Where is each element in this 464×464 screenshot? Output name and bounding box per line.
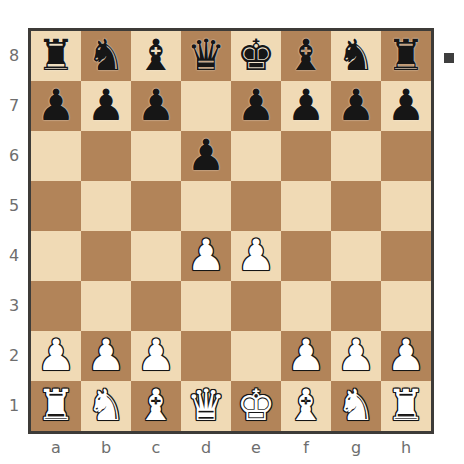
rank-label-3: 3 [0,281,28,331]
square-f3[interactable] [281,281,331,331]
square-g3[interactable] [331,281,381,331]
piece-black-rook[interactable]: ♜ [37,34,76,77]
square-b4[interactable] [81,231,131,281]
square-h7[interactable]: ♟ [381,81,431,131]
square-b7[interactable]: ♟ [81,81,131,131]
square-b5[interactable] [81,181,131,231]
square-a3[interactable] [31,281,81,331]
piece-white-pawn[interactable]: ♟ [337,334,376,377]
piece-white-pawn[interactable]: ♟ [137,334,176,377]
square-a4[interactable] [31,231,81,281]
piece-black-pawn[interactable]: ♟ [387,84,426,127]
square-d8[interactable]: ♛ [181,31,231,81]
square-d6[interactable]: ♟ [181,131,231,181]
square-h6[interactable] [381,131,431,181]
square-g2[interactable]: ♟ [331,331,381,381]
square-b8[interactable]: ♞ [81,31,131,81]
file-label-c: c [131,434,181,462]
chess-board-frame: ♜♞♝♛♚♝♞♜♟♟♟♟♟♟♟♟♟♟♟♟♟♟♟♟♜♞♝♛♚♝♞♜ [28,28,434,434]
square-a7[interactable]: ♟ [31,81,81,131]
move-indicator [444,53,454,63]
piece-white-pawn[interactable]: ♟ [37,334,76,377]
square-e8[interactable]: ♚ [231,31,281,81]
piece-white-pawn[interactable]: ♟ [187,234,226,277]
square-f7[interactable]: ♟ [281,81,331,131]
piece-white-pawn[interactable]: ♟ [237,234,276,277]
square-f6[interactable] [281,131,331,181]
square-g4[interactable] [331,231,381,281]
square-h4[interactable] [381,231,431,281]
square-f5[interactable] [281,181,331,231]
square-h3[interactable] [381,281,431,331]
piece-black-pawn[interactable]: ♟ [87,84,126,127]
piece-white-bishop[interactable]: ♝ [137,384,176,427]
square-c2[interactable]: ♟ [131,331,181,381]
square-c5[interactable] [131,181,181,231]
file-label-d: d [181,434,231,462]
square-h2[interactable]: ♟ [381,331,431,381]
piece-black-pawn[interactable]: ♟ [337,84,376,127]
square-h8[interactable]: ♜ [381,31,431,81]
rank-label-6: 6 [0,131,28,181]
piece-black-knight[interactable]: ♞ [87,34,126,77]
square-f8[interactable]: ♝ [281,31,331,81]
file-label-h: h [381,434,431,462]
square-g5[interactable] [331,181,381,231]
piece-black-knight[interactable]: ♞ [337,34,376,77]
rank-label-1: 1 [0,381,28,431]
rank-label-2: 2 [0,331,28,381]
square-h5[interactable] [381,181,431,231]
square-e4[interactable]: ♟ [231,231,281,281]
square-a1[interactable]: ♜ [31,381,81,431]
square-d1[interactable]: ♛ [181,381,231,431]
piece-black-queen[interactable]: ♛ [187,34,226,77]
piece-black-rook[interactable]: ♜ [387,34,426,77]
chess-app: ♜♞♝♛♚♝♞♜♟♟♟♟♟♟♟♟♟♟♟♟♟♟♟♟♜♞♝♛♚♝♞♜ 8765432… [0,0,464,464]
rank-label-7: 7 [0,81,28,131]
rank-label-8: 8 [0,31,28,81]
square-g1[interactable]: ♞ [331,381,381,431]
square-f2[interactable]: ♟ [281,331,331,381]
square-c4[interactable] [131,231,181,281]
square-g8[interactable]: ♞ [331,31,381,81]
piece-white-rook[interactable]: ♜ [387,384,426,427]
square-a2[interactable]: ♟ [31,331,81,381]
piece-white-pawn[interactable]: ♟ [387,334,426,377]
file-label-e: e [231,434,281,462]
square-a6[interactable] [31,131,81,181]
piece-black-bishop[interactable]: ♝ [137,34,176,77]
square-d3[interactable] [181,281,231,331]
piece-white-pawn[interactable]: ♟ [87,334,126,377]
square-b3[interactable] [81,281,131,331]
square-f1[interactable]: ♝ [281,381,331,431]
square-e1[interactable]: ♚ [231,381,281,431]
square-a8[interactable]: ♜ [31,31,81,81]
piece-black-king[interactable]: ♚ [237,34,276,77]
piece-white-rook[interactable]: ♜ [37,384,76,427]
square-d7[interactable] [181,81,231,131]
square-b1[interactable]: ♞ [81,381,131,431]
square-c8[interactable]: ♝ [131,31,181,81]
square-b2[interactable]: ♟ [81,331,131,381]
square-c6[interactable] [131,131,181,181]
square-b6[interactable] [81,131,131,181]
file-labels: abcdefgh [31,434,431,462]
piece-black-pawn[interactable]: ♟ [137,84,176,127]
square-e7[interactable]: ♟ [231,81,281,131]
square-c1[interactable]: ♝ [131,381,181,431]
piece-white-knight[interactable]: ♞ [337,384,376,427]
piece-black-pawn[interactable]: ♟ [37,84,76,127]
square-h1[interactable]: ♜ [381,381,431,431]
square-d2[interactable] [181,331,231,381]
file-label-f: f [281,434,331,462]
piece-white-pawn[interactable]: ♟ [287,334,326,377]
square-d4[interactable]: ♟ [181,231,231,281]
square-e3[interactable] [231,281,281,331]
rank-labels: 87654321 [0,31,28,431]
square-c7[interactable]: ♟ [131,81,181,131]
piece-white-knight[interactable]: ♞ [87,384,126,427]
square-f4[interactable] [281,231,331,281]
square-e5[interactable] [231,181,281,231]
piece-black-pawn[interactable]: ♟ [287,84,326,127]
piece-white-bishop[interactable]: ♝ [287,384,326,427]
piece-black-pawn[interactable]: ♟ [187,134,226,177]
square-d5[interactable] [181,181,231,231]
square-g6[interactable] [331,131,381,181]
square-e2[interactable] [231,331,281,381]
piece-black-pawn[interactable]: ♟ [237,84,276,127]
rank-label-5: 5 [0,181,28,231]
piece-black-bishop[interactable]: ♝ [287,34,326,77]
square-g7[interactable]: ♟ [331,81,381,131]
piece-white-queen[interactable]: ♛ [187,384,226,427]
file-label-b: b [81,434,131,462]
file-label-a: a [31,434,81,462]
file-label-g: g [331,434,381,462]
chess-board: ♜♞♝♛♚♝♞♜♟♟♟♟♟♟♟♟♟♟♟♟♟♟♟♟♜♞♝♛♚♝♞♜ [31,31,431,431]
piece-white-king[interactable]: ♚ [237,384,276,427]
square-c3[interactable] [131,281,181,331]
square-e6[interactable] [231,131,281,181]
square-a5[interactable] [31,181,81,231]
rank-label-4: 4 [0,231,28,281]
